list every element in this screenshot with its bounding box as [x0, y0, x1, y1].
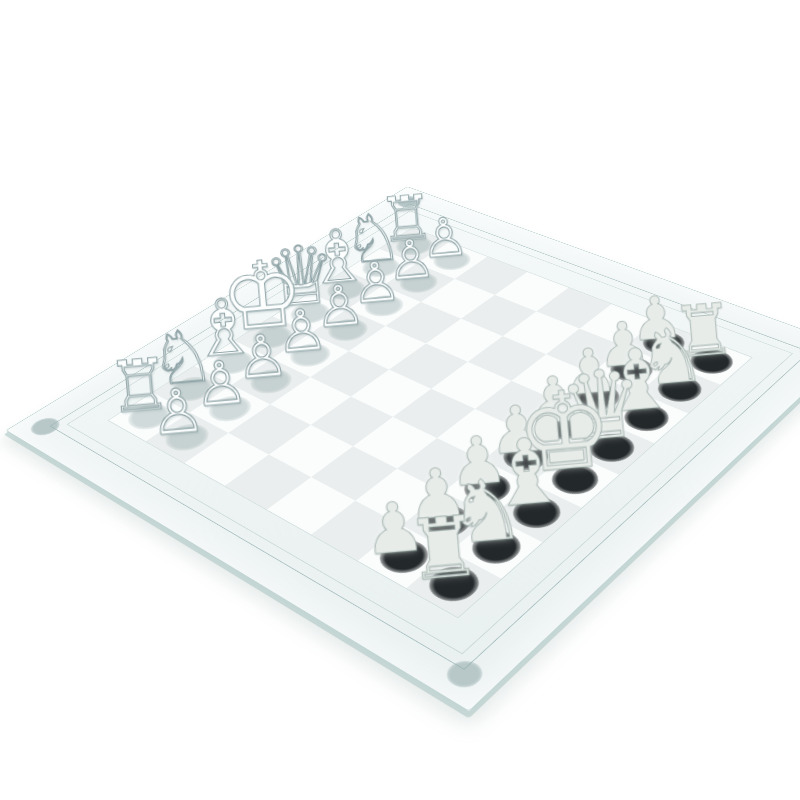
corner-pad-left [25, 415, 65, 439]
glass-board-sheet: ♖♙♟♜♘♙♟♞♗♙♟♝♕♙♟♛♔♙♟♚♗♙♟♝♘♙♟♞♖♙♟♜ [5, 186, 800, 712]
product-photo-background: { "game": "chess", "scene_note": "glass … [0, 0, 800, 800]
square-d4 [389, 344, 468, 389]
photo-scene: ♖♙♟♜♘♙♟♞♗♙♟♝♕♙♟♛♔♙♟♚♗♙♟♝♘♙♟♞♖♙♟♜ [0, 0, 800, 800]
square-h8: ♜ [407, 551, 502, 617]
piece-white-pawn-h2: ♙ [113, 375, 241, 447]
corner-pad-bottom [440, 656, 490, 693]
square-e4 [351, 370, 431, 417]
square-h2: ♙ [146, 412, 228, 462]
corner-pad-right [795, 340, 800, 362]
board-field: ♖♙♟♜♘♙♟♞♗♙♟♝♕♙♟♛♔♙♟♚♗♙♟♝♘♙♟♞♖♙♟♜ [109, 228, 751, 617]
piece-black-rook-h8: ♜ [369, 501, 518, 596]
